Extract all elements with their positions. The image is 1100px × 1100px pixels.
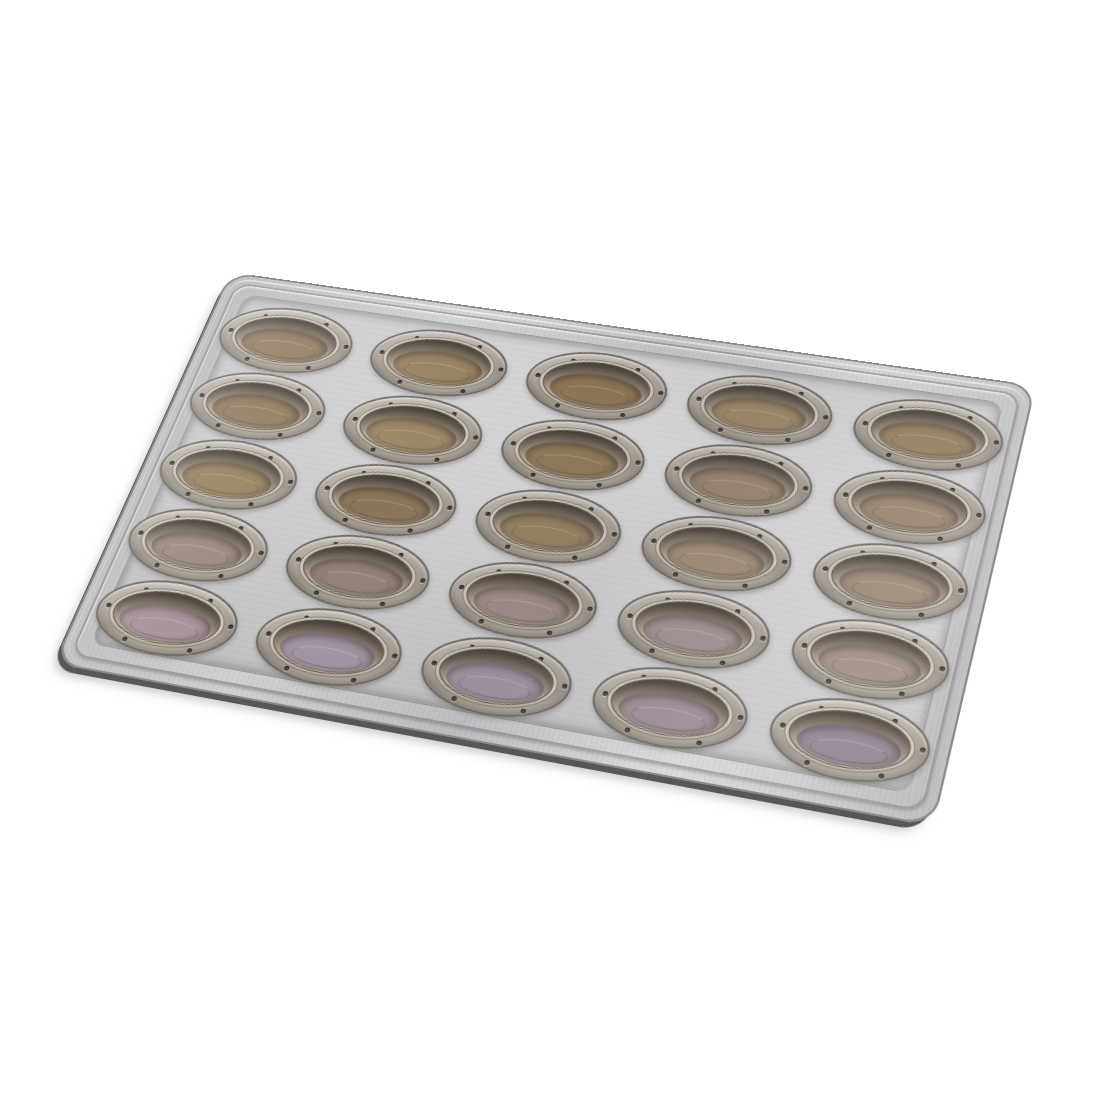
rivet-dot — [343, 345, 349, 350]
rivet-dot — [243, 357, 249, 362]
rivet-dot — [825, 679, 832, 685]
rivet-dot — [218, 574, 225, 579]
rivet-dot — [696, 741, 703, 747]
rivet-dot — [554, 403, 560, 408]
rivet-dot — [620, 413, 626, 418]
rivet-dot — [369, 448, 375, 453]
rivet-dot — [546, 631, 553, 637]
rivet-dot — [184, 492, 190, 497]
rivet-dot — [937, 537, 943, 542]
rivet-dot — [717, 428, 723, 433]
rivet-dot — [878, 774, 885, 780]
rivet-dot — [919, 747, 926, 753]
rivet-dot — [379, 602, 386, 607]
rivet-dot — [341, 518, 348, 523]
cavity-grid — [56, 274, 1034, 825]
rivet-dot — [672, 572, 679, 577]
rivet-dot — [586, 606, 593, 611]
rivet-dot — [305, 366, 311, 371]
rivet-dot — [719, 661, 726, 667]
rivet-dot — [498, 367, 504, 372]
rivet-dot — [504, 545, 511, 550]
rivet-dot — [258, 550, 265, 555]
rivet-dot — [785, 438, 791, 443]
rivet-dot — [993, 440, 999, 445]
rivet-dot — [737, 715, 744, 721]
rivet-dot — [391, 653, 398, 659]
rivet-dot — [918, 613, 925, 619]
rivet-dot — [939, 666, 946, 672]
rivet-dot — [153, 563, 160, 568]
photo-canvas — [0, 0, 1100, 1100]
rivet-dot — [657, 391, 663, 396]
rivet-dot — [572, 556, 579, 561]
rivet-dot — [277, 433, 283, 438]
baking-tray — [53, 272, 1036, 827]
rivet-dot — [958, 588, 965, 593]
rivet-dot — [396, 380, 402, 385]
rivet-dot — [802, 486, 808, 491]
rivet-dot — [760, 636, 767, 642]
rivet-dot — [460, 389, 466, 394]
rivet-dot — [477, 619, 484, 624]
rivet-dot — [312, 591, 319, 596]
rivet-dot — [287, 479, 293, 484]
rivet-dot — [899, 692, 906, 698]
rivet-dot — [822, 415, 828, 420]
rivet-dot — [450, 696, 457, 702]
rivet-dot — [520, 709, 527, 715]
rivet-dot — [419, 578, 426, 583]
rivet-dot — [186, 648, 193, 653]
rivet-dot — [648, 648, 655, 654]
rivet-dot — [611, 532, 617, 537]
rivet-dot — [529, 473, 535, 478]
rivet-dot — [623, 728, 630, 734]
rivet-dot — [446, 505, 452, 510]
rivet-dot — [955, 464, 961, 469]
rivet-dot — [976, 513, 982, 518]
rivet-dot — [350, 678, 357, 684]
rivet-dot — [121, 637, 128, 642]
rivet-dot — [596, 483, 602, 488]
rivet-dot — [695, 499, 701, 504]
rivet-dot — [635, 460, 641, 465]
rivet-dot — [472, 435, 478, 440]
rivet-dot — [803, 760, 810, 766]
rivet-dot — [561, 683, 568, 689]
rivet-dot — [214, 423, 220, 428]
rivet-dot — [781, 559, 787, 564]
rivet-dot — [283, 666, 290, 672]
rivet-dot — [885, 453, 891, 458]
rivet-dot — [227, 624, 234, 629]
rivet-dot — [248, 502, 255, 507]
rivet-dot — [764, 510, 770, 515]
rivet-dot — [407, 529, 414, 534]
rivet-dot — [434, 458, 440, 463]
rivet-dot — [742, 584, 749, 589]
rivet-dot — [846, 601, 853, 607]
rivet-dot — [315, 411, 321, 416]
rivet-dot — [866, 526, 872, 531]
